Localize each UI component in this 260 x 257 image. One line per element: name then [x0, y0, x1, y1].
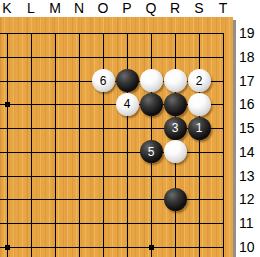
stone-white-Q17[interactable]: [140, 69, 163, 92]
column-label-O: O: [98, 0, 109, 16]
stone-black-R12[interactable]: [164, 188, 187, 211]
column-label-Q: Q: [146, 0, 157, 16]
move-number: 2: [196, 75, 203, 87]
column-label-N: N: [74, 0, 84, 16]
intersection-P17: [115, 69, 139, 93]
stone-white-S17[interactable]: 2: [188, 69, 211, 92]
intersection-Q17: [139, 69, 163, 93]
column-label-S: S: [194, 0, 203, 16]
stone-black-R15[interactable]: 3: [164, 117, 187, 140]
intersection-Q16: [139, 92, 163, 116]
column-label-P: P: [122, 0, 131, 16]
row-label-11: 11: [239, 215, 254, 231]
intersection-Q14: 5: [139, 140, 163, 164]
move-number: 4: [124, 98, 131, 110]
intersection-O17: 6: [91, 69, 115, 93]
row-label-19: 19: [239, 25, 255, 41]
intersection-R12: [163, 187, 187, 211]
move-number: 1: [196, 122, 203, 134]
stone-black-S15[interactable]: 1: [188, 117, 211, 140]
stone-black-Q16[interactable]: [140, 93, 163, 116]
intersection-R17: [163, 69, 187, 93]
intersection-P16: 4: [115, 92, 139, 116]
move-number: 6: [100, 75, 107, 87]
column-labels: KLMNOPQRST: [0, 0, 233, 17]
column-label-T: T: [219, 0, 228, 16]
intersection-S16: [187, 92, 211, 116]
row-label-10: 10: [239, 239, 255, 255]
stone-black-R16[interactable]: [164, 93, 187, 116]
intersection-S17: 2: [187, 69, 211, 93]
column-label-M: M: [49, 0, 61, 16]
row-label-15: 15: [239, 120, 255, 136]
stone-black-Q14[interactable]: 5: [140, 140, 163, 163]
column-label-K: K: [2, 0, 11, 16]
stone-white-O17[interactable]: 6: [92, 69, 115, 92]
row-label-18: 18: [239, 49, 255, 65]
stone-white-R14[interactable]: [164, 140, 187, 163]
column-label-L: L: [27, 0, 35, 16]
row-label-16: 16: [239, 96, 255, 112]
row-label-17: 17: [239, 73, 255, 89]
intersection-S15: 1: [187, 116, 211, 140]
stone-white-R17[interactable]: [164, 69, 187, 92]
stone-black-P17[interactable]: [116, 69, 139, 92]
stone-white-P16[interactable]: 4: [116, 93, 139, 116]
stones-layer: 624315: [0, 21, 235, 257]
column-label-R: R: [170, 0, 180, 16]
go-diagram-window: KLMNOPQRST 624315 19181716151413121110: [0, 0, 260, 257]
stone-white-S16[interactable]: [188, 93, 211, 116]
row-label-13: 13: [239, 168, 255, 184]
go-board[interactable]: 624315: [0, 17, 233, 257]
intersection-R15: 3: [163, 116, 187, 140]
move-number: 3: [172, 122, 179, 134]
move-number: 5: [148, 146, 155, 158]
row-label-12: 12: [239, 191, 255, 207]
intersection-R16: [163, 92, 187, 116]
row-labels: 19181716151413121110: [236, 0, 260, 257]
intersection-R14: [163, 140, 187, 164]
row-label-14: 14: [239, 144, 255, 160]
